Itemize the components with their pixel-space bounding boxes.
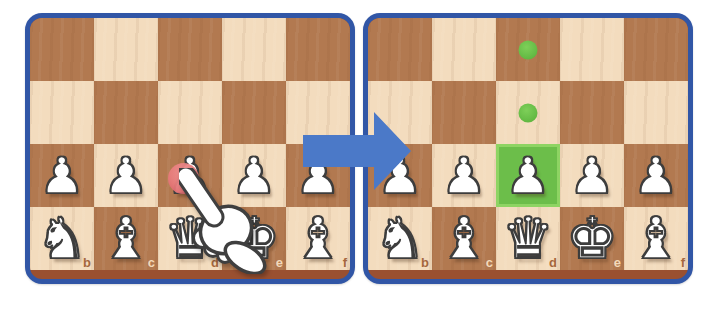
square-d2[interactable]: ♟ [496,144,560,207]
square-d4[interactable] [158,18,222,81]
transition-arrow-right-icon [303,112,412,191]
square-c3[interactable] [432,81,496,144]
white-pawn-e2[interactable]: ♟ [222,151,286,201]
file-label-c: c [486,256,493,269]
square-c4[interactable] [432,18,496,81]
square-b1[interactable]: ♞b [368,207,432,270]
square-f4[interactable] [624,18,688,81]
square-e2[interactable]: ♟ [222,144,286,207]
square-f1[interactable]: ♝f [624,207,688,270]
legal-move-dot-d4[interactable] [519,40,538,59]
file-label-b: b [83,256,91,269]
square-b4[interactable] [368,18,432,81]
square-e3[interactable] [560,81,624,144]
square-c3[interactable] [94,81,158,144]
white-pawn-c2[interactable]: ♟ [94,151,158,201]
square-b1[interactable]: ♞b [30,207,94,270]
board-grid: ♟♟♟♟♟♞b♝c♛d♚e♝f [368,18,688,270]
square-e4[interactable] [560,18,624,81]
square-d3[interactable] [496,81,560,144]
white-pawn-e2[interactable]: ♟ [560,151,624,201]
white-bishop-f1[interactable]: ♝ [624,210,688,267]
square-b4[interactable] [30,18,94,81]
square-d1[interactable]: ♛d [496,207,560,270]
square-c4[interactable] [94,18,158,81]
file-label-d: d [549,256,557,269]
square-e1[interactable]: ♚e [560,207,624,270]
legal-move-dot-d3[interactable] [519,103,538,122]
white-bishop-f1[interactable]: ♝ [286,210,350,267]
file-label-e: e [614,256,621,269]
square-e1[interactable]: ♚e [222,207,286,270]
square-b3[interactable] [30,81,94,144]
square-e2[interactable]: ♟ [560,144,624,207]
square-d1[interactable]: ♛d [158,207,222,270]
square-c1[interactable]: ♝c [432,207,496,270]
chess-move-tutorial-image: ♟♟♟♟♟♞b♝c♛d♚e♝f ♟♟♟♟♟♞b♝c♛d♚e♝f [0,0,714,317]
square-d3[interactable] [158,81,222,144]
white-pawn-f2[interactable]: ♟ [624,151,688,201]
white-pawn-d2[interactable]: ♟ [496,151,560,201]
click-marker [168,163,199,194]
file-label-f: f [681,256,685,269]
square-c2[interactable]: ♟ [94,144,158,207]
square-c2[interactable]: ♟ [432,144,496,207]
square-f4[interactable] [286,18,350,81]
square-d2[interactable]: ♟ [158,144,222,207]
file-label-e: e [276,256,283,269]
file-label-c: c [148,256,155,269]
square-f3[interactable] [624,81,688,144]
square-e4[interactable] [222,18,286,81]
board-after-click[interactable]: ♟♟♟♟♟♞b♝c♛d♚e♝f [363,13,693,284]
file-label-d: d [211,256,219,269]
square-f2[interactable]: ♟ [624,144,688,207]
square-e3[interactable] [222,81,286,144]
square-d4[interactable] [496,18,560,81]
square-c1[interactable]: ♝c [94,207,158,270]
file-label-b: b [421,256,429,269]
square-f1[interactable]: ♝f [286,207,350,270]
board-grid: ♟♟♟♟♟♞b♝c♛d♚e♝f [30,18,350,270]
white-pawn-b2[interactable]: ♟ [30,151,94,201]
square-b2[interactable]: ♟ [30,144,94,207]
file-label-f: f [343,256,347,269]
white-pawn-c2[interactable]: ♟ [432,151,496,201]
